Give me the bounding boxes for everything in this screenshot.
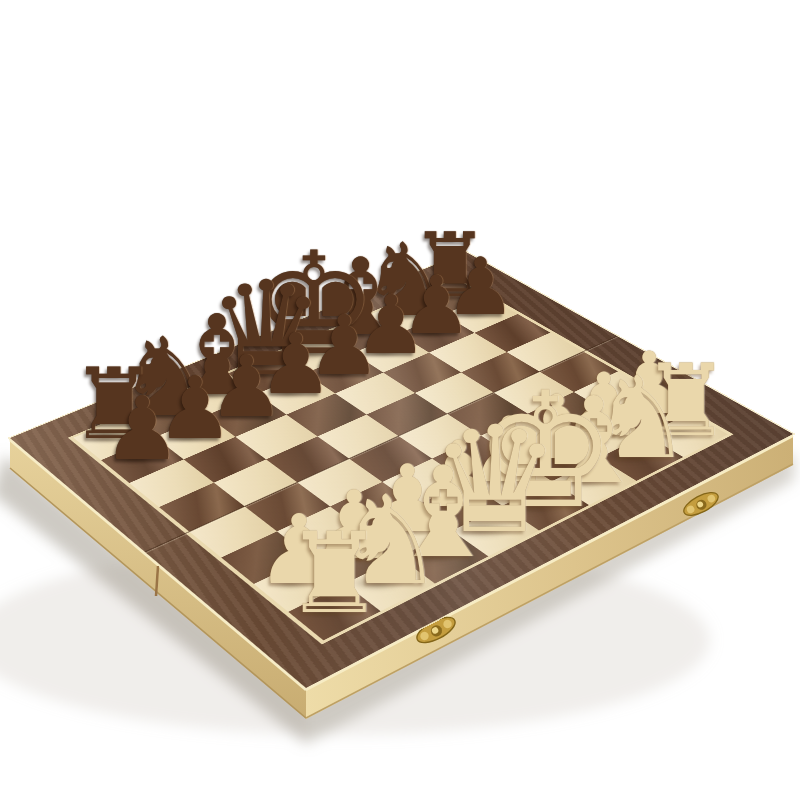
chess-set-photo: ♜♞♝♛♚♝♞♜♟♟♟♟♟♟♟♟♟♟♟♟♟♟♟♟♜♞♝♛♚♝♞♜ — [0, 0, 800, 800]
piece-black-pawn-a7[interactable]: ♟ — [98, 386, 186, 474]
piece-white-rook-a1[interactable]: ♜ — [278, 518, 389, 629]
pieces-layer: ♜♞♝♛♚♝♞♜♟♟♟♟♟♟♟♟♟♟♟♟♟♟♟♟♜♞♝♛♚♝♞♜ — [0, 0, 800, 800]
